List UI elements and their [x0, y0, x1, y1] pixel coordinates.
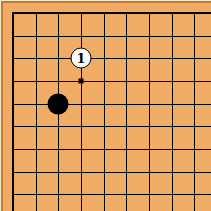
grid-line-vertical	[81, 12, 82, 211]
grid-line-horizontal	[12, 81, 211, 82]
board-edge-line-left	[12, 12, 14, 211]
grid-line-horizontal	[12, 172, 211, 173]
grid-line-horizontal	[12, 149, 211, 150]
grid-line-vertical	[126, 12, 127, 211]
grid-line-vertical	[194, 12, 195, 211]
go-board-diagram: 1	[0, 0, 211, 211]
grid-line-horizontal	[12, 104, 211, 105]
move-number-label: 1	[76, 51, 85, 64]
grid-line-horizontal	[12, 126, 211, 127]
grid-line-vertical	[36, 12, 37, 211]
white-stone-move-1: 1	[71, 48, 92, 69]
grid-line-horizontal	[12, 36, 211, 37]
grid-line-vertical	[172, 12, 173, 211]
grid-line-horizontal	[12, 194, 211, 195]
star-point-marker	[79, 79, 84, 84]
grid-line-horizontal	[12, 58, 211, 59]
board-edge-line-top	[12, 12, 211, 14]
black-stone	[48, 94, 69, 115]
grid-line-vertical	[149, 12, 150, 211]
grid-line-vertical	[104, 12, 105, 211]
